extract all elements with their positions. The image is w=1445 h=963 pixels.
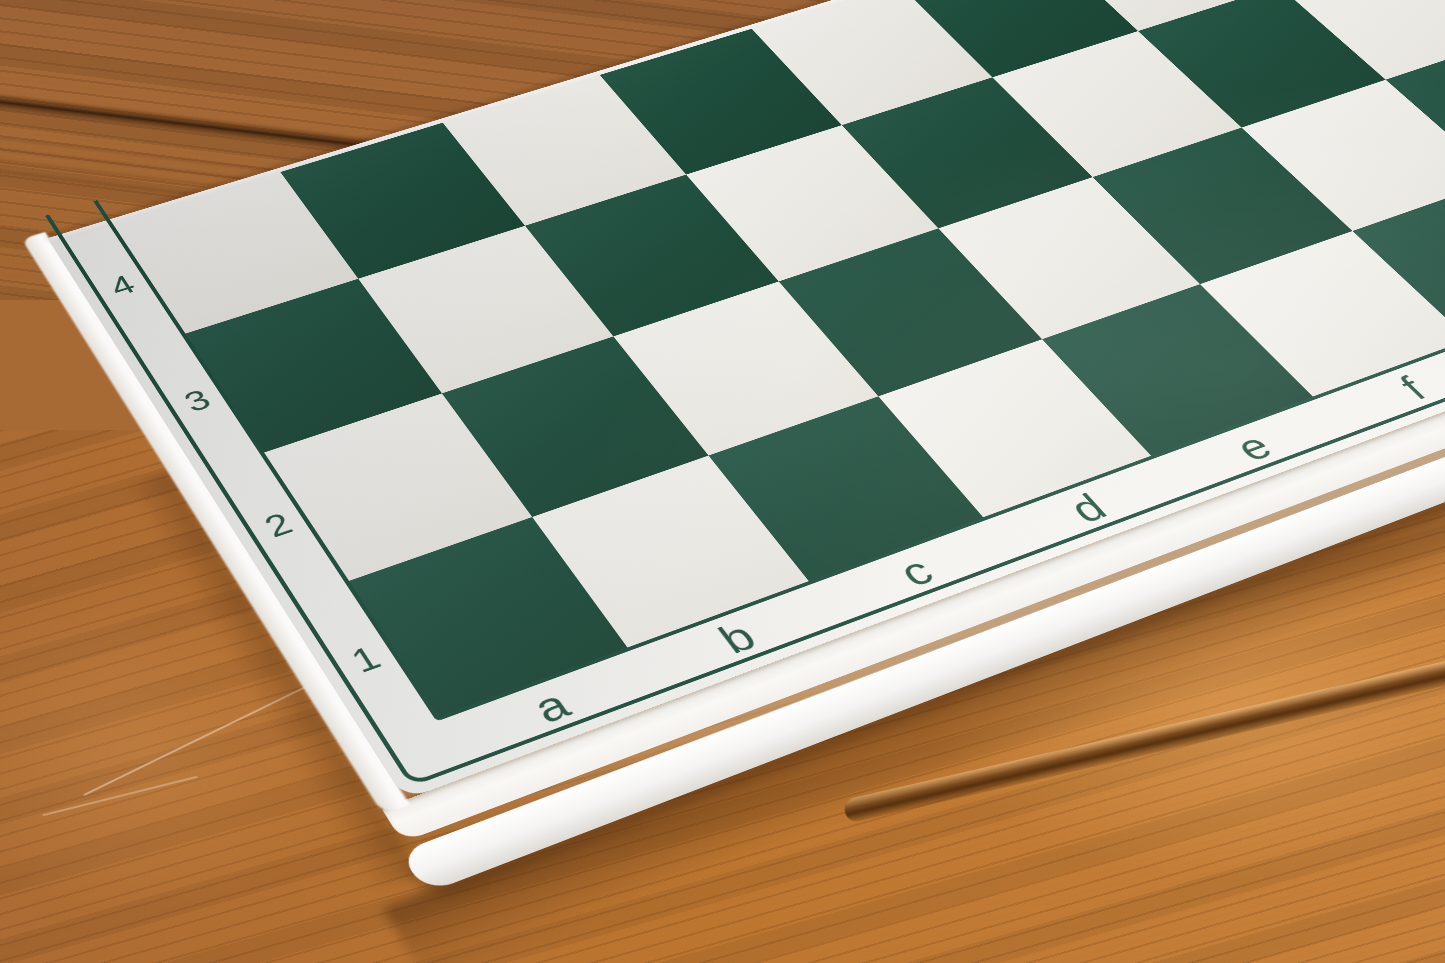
- photo-scene: 4321 abcdefgh: [0, 0, 1445, 963]
